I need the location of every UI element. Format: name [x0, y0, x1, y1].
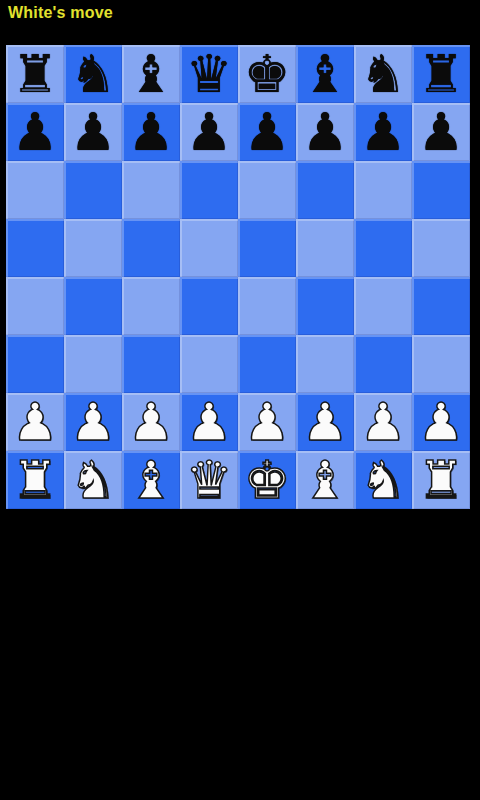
square-h5[interactable]	[412, 219, 470, 277]
square-c7[interactable]: ♟	[122, 103, 180, 161]
white-queen: ♛	[186, 451, 233, 509]
white-knight: ♞	[360, 451, 407, 509]
square-b4[interactable]	[64, 277, 122, 335]
square-d4[interactable]	[180, 277, 238, 335]
move-indicator-text: White's move	[8, 4, 113, 22]
square-g3[interactable]	[354, 335, 412, 393]
white-rook: ♜	[418, 451, 465, 509]
square-d2[interactable]: ♟	[180, 393, 238, 451]
square-d5[interactable]	[180, 219, 238, 277]
square-h2[interactable]: ♟	[412, 393, 470, 451]
square-f8[interactable]: ♝	[296, 45, 354, 103]
square-h6[interactable]	[412, 161, 470, 219]
black-pawn: ♟	[128, 103, 175, 161]
square-b7[interactable]: ♟	[64, 103, 122, 161]
square-b2[interactable]: ♟	[64, 393, 122, 451]
white-bishop: ♝	[128, 451, 175, 509]
black-bishop: ♝	[302, 45, 349, 103]
square-c5[interactable]	[122, 219, 180, 277]
black-pawn: ♟	[244, 103, 291, 161]
square-b6[interactable]	[64, 161, 122, 219]
square-e2[interactable]: ♟	[238, 393, 296, 451]
black-pawn: ♟	[302, 103, 349, 161]
white-king: ♚	[244, 451, 291, 509]
white-pawn: ♟	[70, 393, 117, 451]
black-rook: ♜	[418, 45, 465, 103]
square-f4[interactable]	[296, 277, 354, 335]
square-b3[interactable]	[64, 335, 122, 393]
square-e8[interactable]: ♚	[238, 45, 296, 103]
square-h8[interactable]: ♜	[412, 45, 470, 103]
chess-board: ♜♞♝♛♚♝♞♜♟♟♟♟♟♟♟♟♟♟♟♟♟♟♟♟♜♞♝♛♚♝♞♜	[6, 45, 470, 509]
square-e6[interactable]	[238, 161, 296, 219]
black-queen: ♛	[186, 45, 233, 103]
white-bishop: ♝	[302, 451, 349, 509]
square-e4[interactable]	[238, 277, 296, 335]
black-knight: ♞	[70, 45, 117, 103]
black-pawn: ♟	[12, 103, 59, 161]
square-g4[interactable]	[354, 277, 412, 335]
square-h4[interactable]	[412, 277, 470, 335]
square-c2[interactable]: ♟	[122, 393, 180, 451]
square-h3[interactable]	[412, 335, 470, 393]
white-rook: ♜	[12, 451, 59, 509]
white-pawn: ♟	[186, 393, 233, 451]
square-f6[interactable]	[296, 161, 354, 219]
square-f5[interactable]	[296, 219, 354, 277]
black-pawn: ♟	[186, 103, 233, 161]
square-c6[interactable]	[122, 161, 180, 219]
square-a4[interactable]	[6, 277, 64, 335]
square-e1[interactable]: ♚	[238, 451, 296, 509]
black-knight: ♞	[360, 45, 407, 103]
square-f2[interactable]: ♟	[296, 393, 354, 451]
square-d7[interactable]: ♟	[180, 103, 238, 161]
square-e3[interactable]	[238, 335, 296, 393]
square-e7[interactable]: ♟	[238, 103, 296, 161]
black-pawn: ♟	[360, 103, 407, 161]
square-a8[interactable]: ♜	[6, 45, 64, 103]
square-d1[interactable]: ♛	[180, 451, 238, 509]
square-c1[interactable]: ♝	[122, 451, 180, 509]
square-f1[interactable]: ♝	[296, 451, 354, 509]
black-pawn: ♟	[418, 103, 465, 161]
square-h1[interactable]: ♜	[412, 451, 470, 509]
square-g5[interactable]	[354, 219, 412, 277]
square-a1[interactable]: ♜	[6, 451, 64, 509]
square-a3[interactable]	[6, 335, 64, 393]
square-g8[interactable]: ♞	[354, 45, 412, 103]
square-f7[interactable]: ♟	[296, 103, 354, 161]
square-b1[interactable]: ♞	[64, 451, 122, 509]
black-rook: ♜	[12, 45, 59, 103]
square-g6[interactable]	[354, 161, 412, 219]
white-pawn: ♟	[360, 393, 407, 451]
black-bishop: ♝	[128, 45, 175, 103]
white-knight: ♞	[70, 451, 117, 509]
square-g2[interactable]: ♟	[354, 393, 412, 451]
white-pawn: ♟	[128, 393, 175, 451]
white-pawn: ♟	[12, 393, 59, 451]
square-c8[interactable]: ♝	[122, 45, 180, 103]
square-e5[interactable]	[238, 219, 296, 277]
square-g7[interactable]: ♟	[354, 103, 412, 161]
square-c3[interactable]	[122, 335, 180, 393]
black-king: ♚	[244, 45, 291, 103]
square-h7[interactable]: ♟	[412, 103, 470, 161]
square-f3[interactable]	[296, 335, 354, 393]
square-d8[interactable]: ♛	[180, 45, 238, 103]
square-c4[interactable]	[122, 277, 180, 335]
black-pawn: ♟	[70, 103, 117, 161]
square-b5[interactable]	[64, 219, 122, 277]
white-pawn: ♟	[302, 393, 349, 451]
square-g1[interactable]: ♞	[354, 451, 412, 509]
square-a7[interactable]: ♟	[6, 103, 64, 161]
white-pawn: ♟	[418, 393, 465, 451]
square-d3[interactable]	[180, 335, 238, 393]
white-pawn: ♟	[244, 393, 291, 451]
square-a2[interactable]: ♟	[6, 393, 64, 451]
square-a6[interactable]	[6, 161, 64, 219]
square-d6[interactable]	[180, 161, 238, 219]
status-bar: White's move	[0, 0, 480, 26]
square-b8[interactable]: ♞	[64, 45, 122, 103]
square-a5[interactable]	[6, 219, 64, 277]
